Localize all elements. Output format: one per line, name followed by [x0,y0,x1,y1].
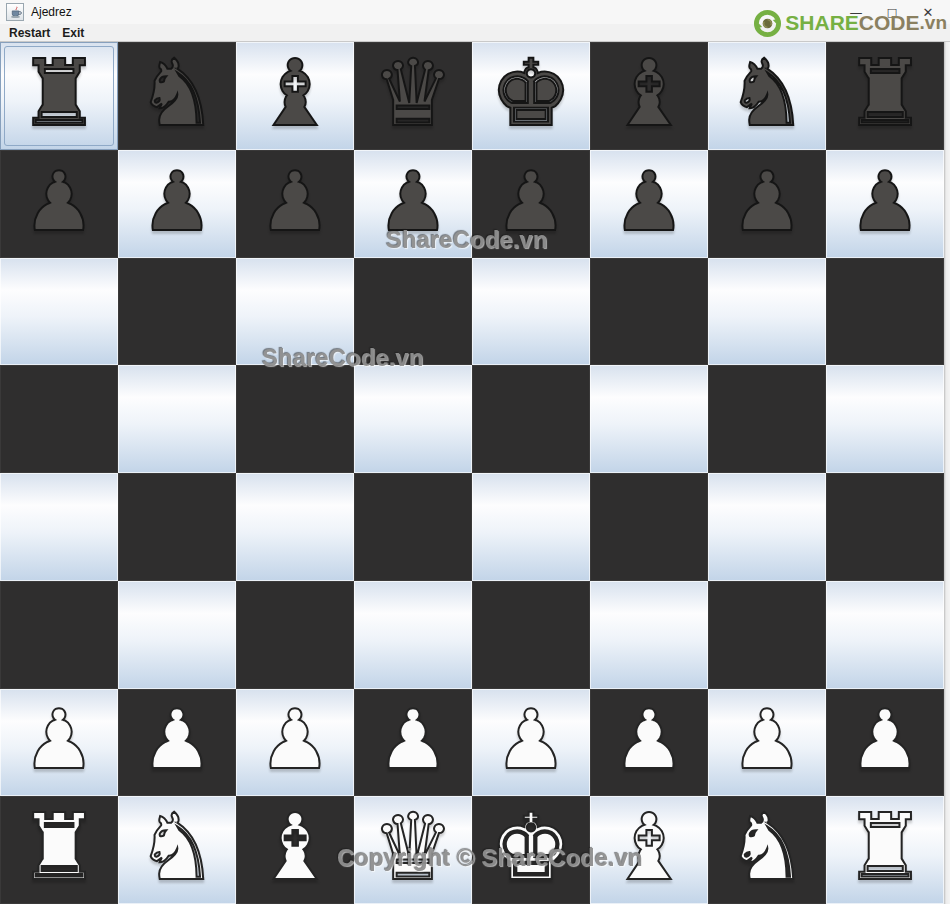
square-c5[interactable] [236,365,354,473]
square-b4[interactable] [118,473,236,581]
square-e4[interactable] [472,473,590,581]
square-g5[interactable] [708,365,826,473]
square-d4[interactable] [354,473,472,581]
square-a3[interactable] [0,581,118,689]
piece-black-king-e8: ♚ [490,48,572,140]
square-d6[interactable] [354,258,472,366]
square-c1[interactable]: ♝ [236,796,354,904]
square-b7[interactable]: ♟ [118,150,236,258]
square-g2[interactable]: ♟ [708,689,826,797]
square-a2[interactable]: ♟ [0,689,118,797]
square-c6[interactable] [236,258,354,366]
square-g4[interactable] [708,473,826,581]
square-h3[interactable] [826,581,944,689]
square-b3[interactable] [118,581,236,689]
square-h4[interactable] [826,473,944,581]
piece-black-rook-a8: ♜ [18,48,100,140]
square-d3[interactable] [354,581,472,689]
piece-white-rook-a1: ♜ [18,802,100,894]
piece-white-rook-h1: ♜ [844,802,926,894]
square-e2[interactable]: ♟ [472,689,590,797]
piece-black-pawn-f7: ♟ [612,161,686,243]
sharecode-logo-icon [753,9,782,38]
window-right-edge [944,42,950,904]
square-c7[interactable]: ♟ [236,150,354,258]
square-a8[interactable]: ♜ [0,42,118,150]
square-f6[interactable] [590,258,708,366]
square-f7[interactable]: ♟ [590,150,708,258]
square-f1[interactable]: ♝ [590,796,708,904]
square-a7[interactable]: ♟ [0,150,118,258]
square-b2[interactable]: ♟ [118,689,236,797]
menu-item-exit[interactable]: Exit [56,24,90,41]
square-b6[interactable] [118,258,236,366]
app-window: Ajedrez — □ ✕ SHARECODE.vn Restart Exit … [0,0,950,904]
square-h8[interactable]: ♜ [826,42,944,150]
piece-white-pawn-h2: ♟ [848,699,922,781]
square-d8[interactable]: ♛ [354,42,472,150]
brand-text-code: CODE [859,8,920,38]
square-e6[interactable] [472,258,590,366]
piece-black-pawn-h7: ♟ [848,161,922,243]
piece-white-pawn-a2: ♟ [22,699,96,781]
square-h1[interactable]: ♜ [826,796,944,904]
square-g6[interactable] [708,258,826,366]
square-e8[interactable]: ♚ [472,42,590,150]
piece-white-king-e1: ♚ [490,802,572,894]
square-e1[interactable]: ♚ [472,796,590,904]
square-h7[interactable]: ♟ [826,150,944,258]
window-title: Ajedrez [31,5,72,19]
square-a5[interactable] [0,365,118,473]
piece-white-bishop-f1: ♝ [608,802,690,894]
piece-black-bishop-f8: ♝ [608,48,690,140]
chess-board: ♜♞♝♛♚♝♞♜♟♟♟♟♟♟♟♟♟♟♟♟♟♟♟♟♜♞♝♛♚♝♞♜ [0,42,944,904]
piece-black-queen-d8: ♛ [372,48,454,140]
square-a4[interactable] [0,473,118,581]
square-g7[interactable]: ♟ [708,150,826,258]
piece-white-knight-g1: ♞ [726,802,808,894]
piece-black-pawn-b7: ♟ [140,161,214,243]
square-c4[interactable] [236,473,354,581]
square-d5[interactable] [354,365,472,473]
piece-black-pawn-d7: ♟ [376,161,450,243]
square-f4[interactable] [590,473,708,581]
square-d1[interactable]: ♛ [354,796,472,904]
piece-white-pawn-b2: ♟ [140,699,214,781]
square-b8[interactable]: ♞ [118,42,236,150]
square-h2[interactable]: ♟ [826,689,944,797]
piece-white-pawn-e2: ♟ [494,699,568,781]
piece-black-bishop-c8: ♝ [254,48,336,140]
java-app-icon [6,3,24,21]
square-e5[interactable] [472,365,590,473]
piece-black-pawn-e7: ♟ [494,161,568,243]
square-f2[interactable]: ♟ [590,689,708,797]
sharecode-logo: SHARECODE.vn [753,8,947,38]
square-c8[interactable]: ♝ [236,42,354,150]
piece-white-pawn-c2: ♟ [258,699,332,781]
square-f3[interactable] [590,581,708,689]
menu-item-restart[interactable]: Restart [3,24,56,41]
square-g1[interactable]: ♞ [708,796,826,904]
piece-white-knight-b1: ♞ [136,802,218,894]
piece-white-pawn-d2: ♟ [376,699,450,781]
square-d7[interactable]: ♟ [354,150,472,258]
square-c3[interactable] [236,581,354,689]
square-f5[interactable] [590,365,708,473]
square-b1[interactable]: ♞ [118,796,236,904]
square-g3[interactable] [708,581,826,689]
square-h5[interactable] [826,365,944,473]
piece-white-queen-d1: ♛ [372,802,454,894]
square-a1[interactable]: ♜ [0,796,118,904]
brand-text-share: SHARE [785,8,859,38]
square-e3[interactable] [472,581,590,689]
piece-black-knight-b8: ♞ [136,48,218,140]
square-h6[interactable] [826,258,944,366]
square-e7[interactable]: ♟ [472,150,590,258]
square-b5[interactable] [118,365,236,473]
piece-white-pawn-f2: ♟ [612,699,686,781]
square-d2[interactable]: ♟ [354,689,472,797]
square-c2[interactable]: ♟ [236,689,354,797]
piece-black-knight-g8: ♞ [726,48,808,140]
piece-white-pawn-g2: ♟ [730,699,804,781]
square-g8[interactable]: ♞ [708,42,826,150]
piece-black-rook-h8: ♜ [844,48,926,140]
piece-black-pawn-g7: ♟ [730,161,804,243]
square-f8[interactable]: ♝ [590,42,708,150]
piece-black-pawn-a7: ♟ [22,161,96,243]
brand-text-vn: .vn [920,8,947,38]
piece-white-bishop-c1: ♝ [254,802,336,894]
piece-black-pawn-c7: ♟ [258,161,332,243]
square-a6[interactable] [0,258,118,366]
